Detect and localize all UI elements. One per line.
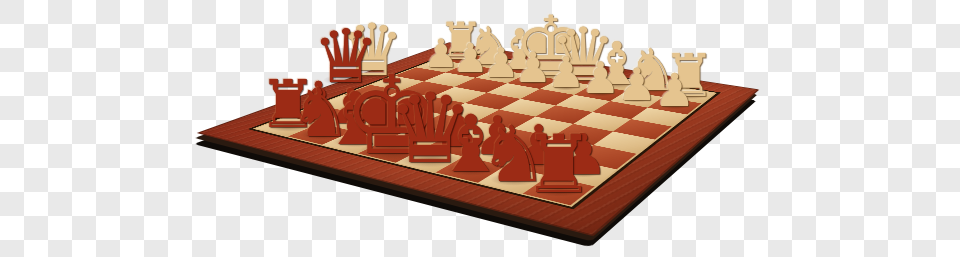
piece-cream-pawn-a7[interactable]: ♟ [654, 68, 695, 113]
piece-cream-pawn-b7[interactable]: ♟ [617, 63, 657, 107]
piece-cream-pawn-c7[interactable]: ♟ [581, 57, 620, 100]
piece-cream-pawn-e7[interactable]: ♟ [514, 47, 551, 89]
piece-cream-pawn-d7[interactable]: ♟ [547, 52, 585, 95]
pieces-layer: ♜♞♟♝♟♚♛♟♛♛♟♝♟♞♟♜♟♟♟♟♜♟♞♟♝♟♚♟♛♟♝♟♞♜ [0, 0, 960, 257]
chess-set-photo: ♜♞♟♝♟♚♛♟♛♛♟♝♟♞♟♜♟♟♟♟♜♟♞♟♝♟♚♟♛♟♝♟♞♜ [0, 0, 960, 257]
piece-red-rook-a1[interactable]: ♜ [523, 125, 594, 205]
